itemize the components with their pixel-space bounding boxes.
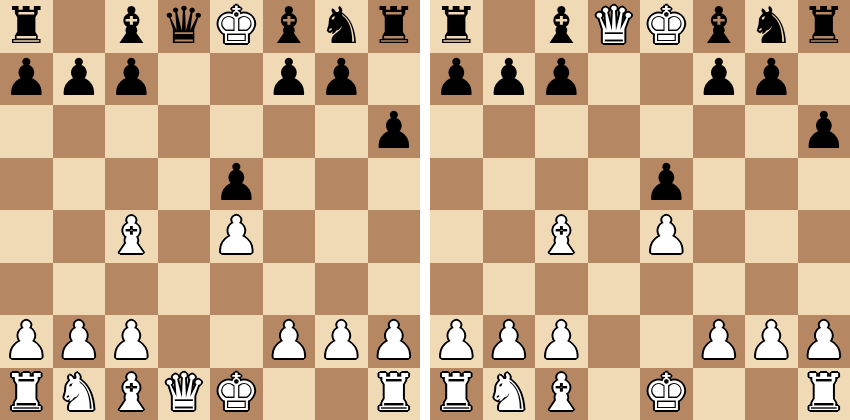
square-c2[interactable]: ♟ xyxy=(535,315,588,368)
square-h6[interactable]: ♟ xyxy=(368,105,421,158)
square-e5[interactable]: ♟ xyxy=(640,158,693,211)
square-b3[interactable] xyxy=(483,263,536,316)
square-e7[interactable] xyxy=(640,53,693,106)
square-d6[interactable] xyxy=(588,105,641,158)
square-g7[interactable]: ♟ xyxy=(745,53,798,106)
square-g8[interactable]: ♞ xyxy=(315,0,368,53)
piece-white-knight[interactable]: ♞ xyxy=(56,368,102,419)
square-a8[interactable]: ♜ xyxy=(430,0,483,53)
square-c2[interactable]: ♟ xyxy=(105,315,158,368)
square-h5[interactable] xyxy=(798,158,850,211)
square-g3[interactable] xyxy=(315,263,368,316)
piece-white-pawn[interactable]: ♟ xyxy=(3,315,49,366)
square-g6[interactable] xyxy=(745,105,798,158)
piece-black-bishop[interactable]: ♝ xyxy=(696,0,742,51)
square-e3[interactable] xyxy=(640,263,693,316)
square-d3[interactable] xyxy=(158,263,211,316)
piece-black-pawn[interactable]: ♟ xyxy=(3,53,49,104)
square-b8[interactable] xyxy=(53,0,106,53)
square-e2[interactable] xyxy=(210,315,263,368)
square-g1[interactable] xyxy=(745,368,798,420)
piece-white-pawn[interactable]: ♟ xyxy=(538,315,584,366)
piece-black-pawn[interactable]: ♟ xyxy=(643,158,689,209)
piece-black-pawn[interactable]: ♟ xyxy=(486,53,532,104)
piece-black-pawn[interactable]: ♟ xyxy=(371,105,417,156)
square-a3[interactable] xyxy=(430,263,483,316)
piece-white-pawn[interactable]: ♟ xyxy=(56,315,102,366)
square-g1[interactable] xyxy=(315,368,368,420)
square-e1[interactable]: ♚ xyxy=(640,368,693,420)
square-a5[interactable] xyxy=(0,158,53,211)
piece-white-pawn[interactable]: ♟ xyxy=(643,210,689,261)
piece-black-rook[interactable]: ♜ xyxy=(3,0,49,51)
piece-white-pawn[interactable]: ♟ xyxy=(696,315,742,366)
piece-white-rook[interactable]: ♜ xyxy=(433,368,479,419)
square-b1[interactable]: ♞ xyxy=(483,368,536,420)
chess-board-right: ♜♝♛♚♝♞♜♟♟♟♟♟♟♟♝♟♟♟♟♟♟♟♜♞♝♚♜ xyxy=(430,0,850,420)
square-f3[interactable] xyxy=(263,263,316,316)
square-a6[interactable] xyxy=(0,105,53,158)
square-b3[interactable] xyxy=(53,263,106,316)
square-g4[interactable] xyxy=(315,210,368,263)
piece-black-king[interactable]: ♚ xyxy=(213,0,259,51)
board-divider xyxy=(420,0,430,420)
square-a2[interactable]: ♟ xyxy=(0,315,53,368)
square-d8[interactable]: ♛ xyxy=(588,0,641,53)
square-d1[interactable] xyxy=(588,368,641,420)
square-d8[interactable]: ♛ xyxy=(158,0,211,53)
square-e4[interactable]: ♟ xyxy=(210,210,263,263)
square-b2[interactable]: ♟ xyxy=(483,315,536,368)
square-f3[interactable] xyxy=(693,263,746,316)
piece-black-knight[interactable]: ♞ xyxy=(748,0,794,51)
square-h7[interactable] xyxy=(798,53,850,106)
piece-white-pawn[interactable]: ♟ xyxy=(266,315,312,366)
square-d7[interactable] xyxy=(158,53,211,106)
piece-white-bishop[interactable]: ♝ xyxy=(108,368,154,419)
square-b1[interactable]: ♞ xyxy=(53,368,106,420)
piece-black-pawn[interactable]: ♟ xyxy=(696,53,742,104)
square-g2[interactable]: ♟ xyxy=(315,315,368,368)
square-d2[interactable] xyxy=(588,315,641,368)
square-e2[interactable] xyxy=(640,315,693,368)
square-e4[interactable]: ♟ xyxy=(640,210,693,263)
square-c4[interactable]: ♝ xyxy=(535,210,588,263)
square-a8[interactable]: ♜ xyxy=(0,0,53,53)
piece-black-bishop[interactable]: ♝ xyxy=(108,0,154,51)
square-b7[interactable]: ♟ xyxy=(53,53,106,106)
square-c5[interactable] xyxy=(535,158,588,211)
piece-white-pawn[interactable]: ♟ xyxy=(371,315,417,366)
square-c6[interactable] xyxy=(105,105,158,158)
square-d2[interactable] xyxy=(158,315,211,368)
square-d5[interactable] xyxy=(158,158,211,211)
square-h2[interactable]: ♟ xyxy=(798,315,850,368)
square-h1[interactable]: ♜ xyxy=(368,368,421,420)
square-f4[interactable] xyxy=(693,210,746,263)
square-c8[interactable]: ♝ xyxy=(535,0,588,53)
piece-black-pawn[interactable]: ♟ xyxy=(801,105,847,156)
square-h4[interactable] xyxy=(798,210,850,263)
square-e6[interactable] xyxy=(210,105,263,158)
piece-black-pawn[interactable]: ♟ xyxy=(748,53,794,104)
square-f5[interactable] xyxy=(693,158,746,211)
square-f1[interactable] xyxy=(263,368,316,420)
square-d4[interactable] xyxy=(158,210,211,263)
piece-black-pawn[interactable]: ♟ xyxy=(433,53,479,104)
square-b7[interactable]: ♟ xyxy=(483,53,536,106)
piece-white-pawn[interactable]: ♟ xyxy=(318,315,364,366)
square-e8[interactable]: ♚ xyxy=(640,0,693,53)
square-f7[interactable]: ♟ xyxy=(693,53,746,106)
piece-black-rook[interactable]: ♜ xyxy=(433,0,479,51)
square-a7[interactable]: ♟ xyxy=(0,53,53,106)
piece-black-king[interactable]: ♚ xyxy=(643,0,689,51)
piece-white-bishop[interactable]: ♝ xyxy=(108,210,154,261)
piece-white-bishop[interactable]: ♝ xyxy=(538,210,584,261)
piece-white-bishop[interactable]: ♝ xyxy=(538,368,584,419)
piece-black-pawn[interactable]: ♟ xyxy=(266,53,312,104)
square-d7[interactable] xyxy=(588,53,641,106)
piece-black-queen[interactable]: ♛ xyxy=(161,0,207,51)
piece-white-pawn[interactable]: ♟ xyxy=(213,210,259,261)
square-e5[interactable]: ♟ xyxy=(210,158,263,211)
square-a1[interactable]: ♜ xyxy=(430,368,483,420)
square-g4[interactable] xyxy=(745,210,798,263)
square-f2[interactable]: ♟ xyxy=(263,315,316,368)
square-b2[interactable]: ♟ xyxy=(53,315,106,368)
square-d1[interactable]: ♛ xyxy=(158,368,211,420)
square-f4[interactable] xyxy=(263,210,316,263)
piece-white-queen[interactable]: ♛ xyxy=(591,0,637,51)
piece-black-knight[interactable]: ♞ xyxy=(318,0,364,51)
square-b8[interactable] xyxy=(483,0,536,53)
piece-white-pawn[interactable]: ♟ xyxy=(433,315,479,366)
piece-white-pawn[interactable]: ♟ xyxy=(801,315,847,366)
piece-black-pawn[interactable]: ♟ xyxy=(213,158,259,209)
square-e7[interactable] xyxy=(210,53,263,106)
square-c1[interactable]: ♝ xyxy=(105,368,158,420)
piece-black-pawn[interactable]: ♟ xyxy=(108,53,154,104)
square-a2[interactable]: ♟ xyxy=(430,315,483,368)
square-c4[interactable]: ♝ xyxy=(105,210,158,263)
square-c1[interactable]: ♝ xyxy=(535,368,588,420)
square-a7[interactable]: ♟ xyxy=(430,53,483,106)
piece-white-queen[interactable]: ♛ xyxy=(161,368,207,419)
square-h1[interactable]: ♜ xyxy=(798,368,850,420)
piece-white-king[interactable]: ♚ xyxy=(213,368,259,419)
square-d4[interactable] xyxy=(588,210,641,263)
piece-black-pawn[interactable]: ♟ xyxy=(318,53,364,104)
piece-white-rook[interactable]: ♜ xyxy=(371,368,417,419)
square-g3[interactable] xyxy=(745,263,798,316)
square-f6[interactable] xyxy=(693,105,746,158)
piece-white-rook[interactable]: ♜ xyxy=(3,368,49,419)
square-h3[interactable] xyxy=(798,263,850,316)
square-a1[interactable]: ♜ xyxy=(0,368,53,420)
piece-white-knight[interactable]: ♞ xyxy=(486,368,532,419)
square-f1[interactable] xyxy=(693,368,746,420)
square-g6[interactable] xyxy=(315,105,368,158)
square-g2[interactable]: ♟ xyxy=(745,315,798,368)
square-f8[interactable]: ♝ xyxy=(263,0,316,53)
square-c3[interactable] xyxy=(535,263,588,316)
square-b6[interactable] xyxy=(53,105,106,158)
piece-white-rook[interactable]: ♜ xyxy=(801,368,847,419)
square-g7[interactable]: ♟ xyxy=(315,53,368,106)
square-a4[interactable] xyxy=(430,210,483,263)
square-a6[interactable] xyxy=(430,105,483,158)
square-e3[interactable] xyxy=(210,263,263,316)
square-b4[interactable] xyxy=(483,210,536,263)
square-h4[interactable] xyxy=(368,210,421,263)
square-c8[interactable]: ♝ xyxy=(105,0,158,53)
square-a4[interactable] xyxy=(0,210,53,263)
square-h6[interactable]: ♟ xyxy=(798,105,850,158)
square-a5[interactable] xyxy=(430,158,483,211)
square-c7[interactable]: ♟ xyxy=(105,53,158,106)
square-f6[interactable] xyxy=(263,105,316,158)
square-d3[interactable] xyxy=(588,263,641,316)
square-h3[interactable] xyxy=(368,263,421,316)
square-c7[interactable]: ♟ xyxy=(535,53,588,106)
square-f5[interactable] xyxy=(263,158,316,211)
square-b5[interactable] xyxy=(483,158,536,211)
square-d6[interactable] xyxy=(158,105,211,158)
square-f2[interactable]: ♟ xyxy=(693,315,746,368)
piece-black-rook[interactable]: ♜ xyxy=(371,0,417,51)
chess-diagram: ♜♝♛♚♝♞♜♟♟♟♟♟♟♟♝♟♟♟♟♟♟♟♜♞♝♛♚♜ ♜♝♛♚♝♞♜♟♟♟♟… xyxy=(0,0,850,420)
square-b6[interactable] xyxy=(483,105,536,158)
piece-white-pawn[interactable]: ♟ xyxy=(486,315,532,366)
piece-white-pawn[interactable]: ♟ xyxy=(108,315,154,366)
square-h7[interactable] xyxy=(368,53,421,106)
square-h5[interactable] xyxy=(368,158,421,211)
piece-black-pawn[interactable]: ♟ xyxy=(538,53,584,104)
square-g5[interactable] xyxy=(745,158,798,211)
square-c5[interactable] xyxy=(105,158,158,211)
square-e1[interactable]: ♚ xyxy=(210,368,263,420)
square-c3[interactable] xyxy=(105,263,158,316)
square-e6[interactable] xyxy=(640,105,693,158)
square-h2[interactable]: ♟ xyxy=(368,315,421,368)
piece-white-pawn[interactable]: ♟ xyxy=(748,315,794,366)
square-h8[interactable]: ♜ xyxy=(368,0,421,53)
square-b5[interactable] xyxy=(53,158,106,211)
square-f8[interactable]: ♝ xyxy=(693,0,746,53)
piece-black-pawn[interactable]: ♟ xyxy=(56,53,102,104)
piece-black-bishop[interactable]: ♝ xyxy=(266,0,312,51)
square-h8[interactable]: ♜ xyxy=(798,0,850,53)
square-g5[interactable] xyxy=(315,158,368,211)
square-g8[interactable]: ♞ xyxy=(745,0,798,53)
square-e8[interactable]: ♚ xyxy=(210,0,263,53)
square-c6[interactable] xyxy=(535,105,588,158)
piece-white-king[interactable]: ♚ xyxy=(643,368,689,419)
square-b4[interactable] xyxy=(53,210,106,263)
piece-black-rook[interactable]: ♜ xyxy=(801,0,847,51)
square-d5[interactable] xyxy=(588,158,641,211)
piece-black-bishop[interactable]: ♝ xyxy=(538,0,584,51)
chess-board-left: ♜♝♛♚♝♞♜♟♟♟♟♟♟♟♝♟♟♟♟♟♟♟♜♞♝♛♚♜ xyxy=(0,0,420,420)
square-f7[interactable]: ♟ xyxy=(263,53,316,106)
square-a3[interactable] xyxy=(0,263,53,316)
